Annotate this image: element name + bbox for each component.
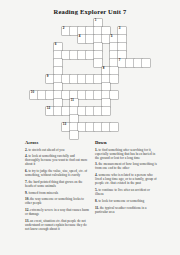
clue-number: 12 bbox=[47, 107, 50, 110]
grid-cell[interactable] bbox=[62, 107, 70, 115]
grid-blocked-cell bbox=[86, 131, 94, 139]
grid-blocked-cell bbox=[118, 83, 126, 91]
clue-number: 10 bbox=[31, 91, 34, 94]
grid-cell[interactable] bbox=[70, 115, 78, 123]
grid-blocked-cell bbox=[38, 131, 46, 139]
grid-blocked-cell bbox=[54, 19, 62, 27]
grid-blocked-cell bbox=[38, 75, 46, 83]
grid-blocked-cell bbox=[70, 35, 78, 43]
grid-blocked-cell bbox=[134, 107, 142, 115]
grid-blocked-cell bbox=[126, 43, 134, 51]
grid-blocked-cell bbox=[142, 91, 150, 99]
clue-item-number: 1. bbox=[95, 148, 98, 152]
clue-item: 5. to continue to live after an accident… bbox=[95, 188, 159, 196]
grid-blocked-cell bbox=[38, 59, 46, 67]
grid-blocked-cell bbox=[30, 59, 38, 67]
grid-blocked-cell bbox=[30, 27, 38, 35]
grid-cell[interactable] bbox=[134, 59, 142, 67]
clue-item: 4. to look at something carefully and th… bbox=[25, 154, 89, 166]
clue-number: 11 bbox=[71, 99, 74, 102]
clue-item-number: 10. bbox=[25, 197, 30, 201]
down-header: Down bbox=[95, 140, 159, 145]
grid-cell[interactable]: 2 bbox=[62, 27, 70, 35]
worksheet-page: Reading Explorer Unit 7 1234567891011121… bbox=[0, 0, 180, 255]
grid-blocked-cell bbox=[126, 67, 134, 75]
grid-blocked-cell bbox=[78, 83, 86, 91]
grid-cell[interactable] bbox=[110, 91, 118, 99]
grid-blocked-cell bbox=[134, 131, 142, 139]
grid-blocked-cell bbox=[46, 51, 54, 59]
grid-cell[interactable] bbox=[78, 123, 86, 131]
grid-cell[interactable] bbox=[86, 35, 94, 43]
clue-item: 7. the hard pointed thing that grows on … bbox=[25, 180, 89, 188]
grid-blocked-cell bbox=[38, 43, 46, 51]
grid-blocked-cell bbox=[62, 67, 70, 75]
clue-item: 10. the way someone or something looks t… bbox=[25, 197, 89, 205]
clue-item-number: 3. bbox=[95, 162, 98, 166]
grid-blocked-cell bbox=[38, 123, 46, 131]
grid-cell[interactable] bbox=[78, 75, 86, 83]
grid-cell[interactable] bbox=[54, 51, 62, 59]
grid-blocked-cell bbox=[118, 99, 126, 107]
across-clue-list: 2. to stretch out ahead of you4. to look… bbox=[25, 148, 89, 232]
clue-item-number: 4. bbox=[25, 154, 28, 158]
grid-blocked-cell bbox=[62, 99, 70, 107]
grid-cell[interactable]: 1 bbox=[94, 19, 102, 27]
down-clues: Down 1. to find something after searchin… bbox=[95, 140, 159, 216]
grid-blocked-cell bbox=[94, 115, 102, 123]
crossword-grid[interactable]: 12345678910111213 bbox=[30, 19, 150, 139]
grid-blocked-cell bbox=[62, 43, 70, 51]
grid-cell[interactable] bbox=[94, 59, 102, 67]
grid-blocked-cell bbox=[118, 75, 126, 83]
grid-cell[interactable] bbox=[102, 83, 110, 91]
grid-cell[interactable]: 9 bbox=[46, 75, 54, 83]
grid-cell[interactable] bbox=[86, 27, 94, 35]
grid-cell[interactable] bbox=[62, 91, 70, 99]
clue-item: 13. an event, situation etc. that people… bbox=[25, 219, 89, 231]
grid-cell[interactable] bbox=[110, 43, 118, 51]
grid-blocked-cell bbox=[118, 115, 126, 123]
grid-blocked-cell bbox=[30, 35, 38, 43]
clue-item: 12. extremely severe in a way that cause… bbox=[25, 208, 89, 216]
down-clue-list: 1. to find something after searching for… bbox=[95, 148, 159, 214]
grid-blocked-cell bbox=[38, 51, 46, 59]
grid-blocked-cell bbox=[38, 99, 46, 107]
grid-blocked-cell bbox=[46, 35, 54, 43]
grid-blocked-cell bbox=[126, 27, 134, 35]
grid-cell[interactable] bbox=[70, 75, 78, 83]
clue-number: 1 bbox=[95, 19, 97, 22]
grid-blocked-cell bbox=[62, 131, 70, 139]
clue-item: 11. the typical weather conditions in a … bbox=[95, 206, 159, 214]
grid-cell[interactable] bbox=[102, 75, 110, 83]
grid-blocked-cell bbox=[110, 83, 118, 91]
grid-blocked-cell bbox=[78, 43, 86, 51]
clue-item-number: 7. bbox=[25, 180, 28, 184]
grid-blocked-cell bbox=[70, 59, 78, 67]
across-header: Across bbox=[25, 140, 89, 145]
grid-blocked-cell bbox=[110, 115, 118, 123]
grid-cell[interactable] bbox=[94, 107, 102, 115]
grid-cell[interactable] bbox=[102, 99, 110, 107]
grid-blocked-cell bbox=[110, 99, 118, 107]
grid-blocked-cell bbox=[78, 59, 86, 67]
grid-blocked-cell bbox=[86, 67, 94, 75]
grid-cell[interactable] bbox=[54, 91, 62, 99]
grid-blocked-cell bbox=[94, 67, 102, 75]
grid-blocked-cell bbox=[70, 43, 78, 51]
grid-blocked-cell bbox=[126, 75, 134, 83]
grid-blocked-cell bbox=[126, 99, 134, 107]
clue-item-number: 11. bbox=[95, 206, 100, 210]
grid-cell[interactable] bbox=[94, 91, 102, 99]
grid-cell[interactable]: 4 bbox=[78, 35, 86, 43]
grid-blocked-cell bbox=[38, 27, 46, 35]
grid-blocked-cell bbox=[86, 83, 94, 91]
grid-cell[interactable] bbox=[86, 51, 94, 59]
grid-blocked-cell bbox=[134, 51, 142, 59]
grid-cell[interactable] bbox=[54, 99, 62, 107]
clue-number: 8 bbox=[103, 67, 105, 70]
grid-blocked-cell bbox=[94, 83, 102, 91]
clue-item: 9. formed from minerals bbox=[25, 191, 89, 195]
grid-blocked-cell bbox=[78, 99, 86, 107]
grid-blocked-cell bbox=[102, 43, 110, 51]
grid-cell[interactable]: 13 bbox=[62, 123, 70, 131]
grid-blocked-cell bbox=[54, 115, 62, 123]
grid-cell[interactable] bbox=[102, 91, 110, 99]
grid-cell[interactable]: 12 bbox=[46, 107, 54, 115]
grid-blocked-cell bbox=[86, 115, 94, 123]
grid-blocked-cell bbox=[102, 115, 110, 123]
grid-blocked-cell bbox=[126, 51, 134, 59]
clue-item: 6. to try to judge the value, size, spee… bbox=[25, 169, 89, 177]
grid-blocked-cell bbox=[142, 43, 150, 51]
grid-cell[interactable] bbox=[126, 59, 134, 67]
grid-blocked-cell bbox=[134, 83, 142, 91]
grid-blocked-cell bbox=[30, 75, 38, 83]
grid-blocked-cell bbox=[30, 99, 38, 107]
grid-blocked-cell bbox=[126, 131, 134, 139]
grid-cell[interactable]: 7 bbox=[118, 59, 126, 67]
grid-blocked-cell bbox=[78, 131, 86, 139]
grid-blocked-cell bbox=[86, 99, 94, 107]
grid-blocked-cell bbox=[62, 83, 70, 91]
grid-cell[interactable] bbox=[54, 107, 62, 115]
grid-cell[interactable] bbox=[94, 27, 102, 35]
grid-cell[interactable] bbox=[102, 123, 110, 131]
clue-number: 7 bbox=[119, 59, 121, 62]
clue-number: 3 bbox=[119, 27, 121, 30]
grid-blocked-cell bbox=[78, 19, 86, 27]
grid-blocked-cell bbox=[54, 123, 62, 131]
grid-cell[interactable] bbox=[54, 83, 62, 91]
grid-cell[interactable] bbox=[102, 107, 110, 115]
grid-blocked-cell bbox=[142, 35, 150, 43]
grid-blocked-cell bbox=[94, 131, 102, 139]
grid-cell[interactable] bbox=[94, 35, 102, 43]
grid-blocked-cell bbox=[126, 91, 134, 99]
grid-cell[interactable] bbox=[94, 51, 102, 59]
grid-blocked-cell bbox=[30, 43, 38, 51]
grid-blocked-cell bbox=[134, 67, 142, 75]
grid-blocked-cell bbox=[142, 115, 150, 123]
grid-cell[interactable] bbox=[70, 107, 78, 115]
grid-blocked-cell bbox=[46, 27, 54, 35]
clue-item-number: 2. bbox=[25, 148, 28, 152]
grid-cell[interactable] bbox=[62, 75, 70, 83]
grid-cell[interactable]: 10 bbox=[30, 91, 38, 99]
grid-blocked-cell bbox=[46, 131, 54, 139]
grid-blocked-cell bbox=[118, 123, 126, 131]
grid-cell[interactable] bbox=[94, 43, 102, 51]
grid-cell[interactable]: 11 bbox=[70, 99, 78, 107]
grid-blocked-cell bbox=[142, 107, 150, 115]
clue-item: 8. to look for someone or something bbox=[95, 199, 159, 203]
grid-blocked-cell bbox=[118, 91, 126, 99]
grid-cell[interactable] bbox=[110, 75, 118, 83]
grid-blocked-cell bbox=[38, 115, 46, 123]
grid-cell[interactable] bbox=[62, 51, 70, 59]
grid-blocked-cell bbox=[30, 123, 38, 131]
grid-blocked-cell bbox=[142, 131, 150, 139]
grid-blocked-cell bbox=[134, 99, 142, 107]
grid-blocked-cell bbox=[38, 19, 46, 27]
grid-blocked-cell bbox=[30, 131, 38, 139]
grid-cell[interactable] bbox=[70, 27, 78, 35]
clue-item: 3. the measurement of how long something… bbox=[95, 162, 159, 170]
grid-cell[interactable] bbox=[110, 67, 118, 75]
grid-blocked-cell bbox=[54, 131, 62, 139]
grid-blocked-cell bbox=[118, 131, 126, 139]
clue-item: 1. to find something after searching for… bbox=[95, 148, 159, 160]
grid-blocked-cell bbox=[126, 19, 134, 27]
grid-blocked-cell bbox=[126, 115, 134, 123]
grid-blocked-cell bbox=[118, 67, 126, 75]
grid-blocked-cell bbox=[134, 19, 142, 27]
grid-cell[interactable]: 6 bbox=[54, 43, 62, 51]
clue-item: 2. to stretch out ahead of you bbox=[25, 148, 89, 152]
grid-blocked-cell bbox=[30, 19, 38, 27]
grid-blocked-cell bbox=[142, 51, 150, 59]
grid-cell[interactable] bbox=[102, 35, 110, 43]
clue-number: 5 bbox=[111, 35, 113, 38]
grid-cell[interactable]: 8 bbox=[102, 67, 110, 75]
grid-blocked-cell bbox=[134, 115, 142, 123]
grid-cell[interactable] bbox=[38, 91, 46, 99]
grid-blocked-cell bbox=[142, 99, 150, 107]
grid-cell[interactable] bbox=[54, 67, 62, 75]
grid-blocked-cell bbox=[46, 19, 54, 27]
grid-blocked-cell bbox=[134, 91, 142, 99]
grid-blocked-cell bbox=[86, 59, 94, 67]
grid-blocked-cell bbox=[30, 115, 38, 123]
grid-blocked-cell bbox=[102, 131, 110, 139]
grid-blocked-cell bbox=[46, 83, 54, 91]
grid-blocked-cell bbox=[110, 19, 118, 27]
grid-cell[interactable] bbox=[70, 123, 78, 131]
grid-cell[interactable] bbox=[86, 107, 94, 115]
clue-item-number: 8. bbox=[95, 199, 98, 203]
grid-cell[interactable] bbox=[78, 107, 86, 115]
grid-cell[interactable]: 3 bbox=[118, 27, 126, 35]
clue-item-number: 6. bbox=[25, 169, 28, 173]
grid-blocked-cell bbox=[46, 123, 54, 131]
across-clues: Across 2. to stretch out ahead of you4. … bbox=[25, 140, 89, 234]
clue-item-number: 9. bbox=[25, 191, 28, 195]
grid-blocked-cell bbox=[70, 67, 78, 75]
clue-number: 13 bbox=[63, 123, 66, 126]
grid-cell[interactable] bbox=[78, 91, 86, 99]
grid-cell[interactable] bbox=[118, 43, 126, 51]
clue-item-number: 13. bbox=[25, 219, 30, 223]
grid-blocked-cell bbox=[142, 19, 150, 27]
page-title: Reading Explorer Unit 7 bbox=[0, 8, 180, 15]
grid-cell[interactable] bbox=[78, 51, 86, 59]
grid-cell[interactable] bbox=[142, 59, 150, 67]
grid-blocked-cell bbox=[62, 35, 70, 43]
grid-blocked-cell bbox=[142, 83, 150, 91]
grid-blocked-cell bbox=[54, 27, 62, 35]
grid-blocked-cell bbox=[102, 51, 110, 59]
grid-blocked-cell bbox=[62, 59, 70, 67]
grid-blocked-cell bbox=[126, 123, 134, 131]
clue-number: 2 bbox=[63, 27, 65, 30]
grid-cell[interactable] bbox=[54, 75, 62, 83]
grid-blocked-cell bbox=[142, 75, 150, 83]
grid-cell[interactable] bbox=[86, 123, 94, 131]
grid-cell[interactable] bbox=[110, 51, 118, 59]
grid-blocked-cell bbox=[46, 59, 54, 67]
grid-blocked-cell bbox=[30, 51, 38, 59]
grid-blocked-cell bbox=[110, 131, 118, 139]
grid-cell[interactable] bbox=[70, 51, 78, 59]
clue-item-number: 5. bbox=[95, 188, 98, 192]
grid-cell[interactable] bbox=[46, 91, 54, 99]
clue-number: 6 bbox=[55, 43, 57, 46]
grid-blocked-cell bbox=[86, 43, 94, 51]
grid-blocked-cell bbox=[38, 35, 46, 43]
grid-cell[interactable] bbox=[70, 131, 78, 139]
grid-blocked-cell bbox=[142, 27, 150, 35]
grid-blocked-cell bbox=[126, 35, 134, 43]
grid-blocked-cell bbox=[118, 107, 126, 115]
grid-cell[interactable] bbox=[102, 27, 110, 35]
grid-blocked-cell bbox=[38, 83, 46, 91]
grid-blocked-cell bbox=[110, 107, 118, 115]
grid-cell[interactable] bbox=[86, 75, 94, 83]
grid-blocked-cell bbox=[30, 107, 38, 115]
grid-cell[interactable] bbox=[94, 75, 102, 83]
clue-number: 9 bbox=[47, 75, 49, 78]
grid-blocked-cell bbox=[70, 19, 78, 27]
grid-blocked-cell bbox=[102, 19, 110, 27]
clue-item: 4. someone who is related to a person wh… bbox=[95, 173, 159, 185]
grid-blocked-cell bbox=[134, 35, 142, 43]
grid-cell[interactable] bbox=[118, 35, 126, 43]
grid-cell[interactable]: 5 bbox=[110, 35, 118, 43]
grid-blocked-cell bbox=[134, 75, 142, 83]
grid-blocked-cell bbox=[46, 43, 54, 51]
grid-cell[interactable] bbox=[110, 59, 118, 67]
grid-blocked-cell bbox=[142, 123, 150, 131]
clue-item-number: 4. bbox=[95, 173, 98, 177]
grid-blocked-cell bbox=[46, 115, 54, 123]
clue-item-number: 12. bbox=[25, 208, 30, 212]
grid-blocked-cell bbox=[126, 83, 134, 91]
grid-blocked-cell bbox=[38, 67, 46, 75]
grid-blocked-cell bbox=[38, 107, 46, 115]
grid-cell[interactable] bbox=[54, 59, 62, 67]
clue-number: 4 bbox=[79, 35, 81, 38]
grid-blocked-cell bbox=[134, 27, 142, 35]
grid-blocked-cell bbox=[142, 67, 150, 75]
grid-cell[interactable] bbox=[86, 91, 94, 99]
grid-blocked-cell bbox=[78, 115, 86, 123]
grid-blocked-cell bbox=[30, 67, 38, 75]
grid-cell[interactable] bbox=[94, 123, 102, 131]
grid-blocked-cell bbox=[126, 107, 134, 115]
grid-blocked-cell bbox=[94, 99, 102, 107]
grid-cell[interactable] bbox=[110, 123, 118, 131]
grid-blocked-cell bbox=[134, 123, 142, 131]
grid-blocked-cell bbox=[86, 19, 94, 27]
grid-blocked-cell bbox=[78, 67, 86, 75]
grid-blocked-cell bbox=[134, 43, 142, 51]
grid-blocked-cell bbox=[70, 83, 78, 91]
